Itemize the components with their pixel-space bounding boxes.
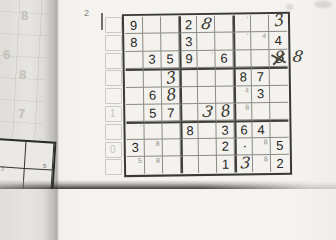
puzzle-number-label: 2 xyxy=(84,8,89,18)
cell-r5c1[interactable] xyxy=(126,88,144,105)
bleed-square xyxy=(105,159,122,175)
given-digit: 6 xyxy=(220,52,227,65)
paper-smudge xyxy=(286,4,293,10)
cell-r2c4[interactable]: 3 xyxy=(179,33,197,50)
cell-r3c8[interactable] xyxy=(251,50,269,67)
given-digit: 3 xyxy=(221,124,228,137)
cell-r6c5[interactable]: 3 xyxy=(198,104,216,121)
bleed-digit: 8 xyxy=(21,8,28,23)
cell-r9c6[interactable]: 1 xyxy=(217,155,235,172)
given-digit: 9 xyxy=(185,52,192,65)
cell-r7c9[interactable] xyxy=(270,120,288,137)
given-digit: 2 xyxy=(185,18,192,31)
cell-r9c9[interactable]: 2 xyxy=(271,155,289,172)
cell-r1c9[interactable]: 3 xyxy=(269,15,287,32)
cell-r3c3[interactable]: 5 xyxy=(161,51,179,68)
cell-r5c9[interactable] xyxy=(270,86,288,103)
cell-r7c8[interactable]: 4 xyxy=(252,120,270,137)
pencil-mark: ' xyxy=(140,124,141,132)
cell-r1c4[interactable]: 2 xyxy=(179,16,197,33)
cell-r5c2[interactable]: 6 xyxy=(144,87,162,104)
cell-r1c5[interactable]: 8 xyxy=(197,16,215,33)
cell-r9c4[interactable] xyxy=(181,156,199,173)
cell-r2c2[interactable] xyxy=(143,34,161,51)
bleed-digit: 8 xyxy=(19,67,26,82)
cell-r9c8[interactable]: 8 xyxy=(253,155,271,172)
cell-r9c1[interactable]: 5 xyxy=(127,157,145,174)
given-digit: 5 xyxy=(166,53,173,66)
handwritten-digit: 3 xyxy=(239,156,250,172)
pencil-mark: 4 xyxy=(245,86,249,94)
pencil-mark: 8 xyxy=(245,103,249,111)
photo-bottom-shadow xyxy=(0,180,336,189)
cell-r8c6[interactable]: 2 xyxy=(217,138,235,155)
given-digit: 5 xyxy=(276,139,283,152)
cell-r7c7[interactable]: 6 xyxy=(234,121,252,138)
given-digit: 9 xyxy=(130,19,137,32)
bleed-square-digit: 1 xyxy=(110,108,116,119)
pencil-mark: 8 xyxy=(156,156,160,164)
cell-r2c5[interactable] xyxy=(197,33,215,50)
given-digit: 8 xyxy=(240,71,247,84)
cell-r7c2[interactable] xyxy=(144,122,162,139)
cell-r2c8[interactable]: 4 xyxy=(251,32,269,49)
cell-r1c2[interactable] xyxy=(143,17,161,34)
sudoku-board: 928'383'44359'688387684357388'8364382▪85… xyxy=(123,13,287,172)
given-digit: 6 xyxy=(149,89,156,102)
pencil-mark: 8 xyxy=(264,138,268,146)
pencil-mark: ▪ xyxy=(244,143,246,150)
cell-r4c1[interactable] xyxy=(126,69,144,88)
paper-smudge xyxy=(314,1,332,8)
cell-r3c2[interactable]: 3 xyxy=(143,51,161,68)
sudoku-grid: 928'383'44359'688387684357388'8364382▪85… xyxy=(123,13,291,176)
cell-r4c9[interactable] xyxy=(270,67,288,86)
cell-r5c8[interactable]: 3 xyxy=(252,86,270,103)
given-digit: 7 xyxy=(257,70,264,83)
cell-r9c3[interactable] xyxy=(163,156,181,173)
cell-r5c7[interactable]: 4 xyxy=(234,86,252,103)
cell-r6c7[interactable]: 8 xyxy=(234,103,252,120)
bleed-square xyxy=(105,124,122,140)
cell-r2c1[interactable]: 8 xyxy=(125,34,143,51)
cell-r3c9[interactable]: 88 xyxy=(269,49,287,66)
given-digit: 8 xyxy=(130,36,137,49)
cell-r3c1[interactable] xyxy=(125,51,143,68)
cell-r7c3[interactable] xyxy=(162,122,180,139)
bleed-square xyxy=(105,70,122,86)
handwritten-digit: 3 xyxy=(201,104,213,121)
cell-r8c8[interactable]: 8 xyxy=(253,138,271,155)
cell-r6c6[interactable]: 8 xyxy=(216,104,234,121)
cell-r4c7[interactable]: 8 xyxy=(234,67,252,86)
cell-r6c1[interactable] xyxy=(126,105,144,122)
given-digit: 6 xyxy=(240,123,247,136)
cell-r4c4[interactable] xyxy=(180,68,198,87)
cell-r1c6[interactable] xyxy=(215,16,233,33)
cell-r4c6[interactable] xyxy=(216,67,234,86)
cell-r4c8[interactable]: 7 xyxy=(252,67,270,86)
cell-r6c2[interactable]: 5 xyxy=(144,105,162,122)
corner-grid-mark: 7 xyxy=(1,166,4,172)
given-digit: 2 xyxy=(222,140,229,153)
bleed-square: 0 xyxy=(105,142,122,158)
given-digit: 3 xyxy=(185,35,192,48)
cell-r8c1[interactable]: 3 xyxy=(127,139,145,156)
cell-r1c3[interactable] xyxy=(161,16,179,33)
cell-r7c4[interactable]: 8 xyxy=(180,121,198,138)
cell-r6c8[interactable] xyxy=(252,103,270,120)
cell-r1c7[interactable]: ' xyxy=(233,15,251,32)
cell-r5c4[interactable] xyxy=(180,87,198,104)
given-digit: 3 xyxy=(148,53,155,66)
pencil-mark: 4 xyxy=(262,32,266,40)
corner-grid-mark: 5 xyxy=(43,163,46,169)
cell-r6c3[interactable]: 7 xyxy=(162,104,180,121)
cell-r9c2[interactable]: 8 xyxy=(145,156,163,173)
cell-r3c5[interactable]: ' xyxy=(197,50,215,67)
cell-r1c8[interactable] xyxy=(251,15,269,32)
cell-r6c9[interactable] xyxy=(270,103,288,120)
bleed-square xyxy=(105,88,122,104)
page-edge-tick xyxy=(101,13,103,30)
handwritten-digit-outside: 8 xyxy=(291,48,303,65)
bleed-through-column: 10 xyxy=(105,17,122,179)
pencil-mark: ' xyxy=(247,15,248,23)
handwritten-digit: 8 xyxy=(218,103,231,121)
pencil-mark: ' xyxy=(247,33,248,41)
given-digit: 7 xyxy=(167,106,174,119)
given-digit: 3 xyxy=(132,141,139,154)
bleed-square xyxy=(105,53,122,69)
handwritten-digit: 8 xyxy=(164,87,177,105)
handwritten-digit: 8 xyxy=(199,16,211,33)
handwritten-digit: 8 xyxy=(272,49,285,67)
cell-r4c2[interactable] xyxy=(144,68,162,87)
pencil-mark: 8 xyxy=(264,155,268,163)
cell-r9c7[interactable]: 3 xyxy=(235,155,253,172)
given-digit: 4 xyxy=(275,34,282,47)
pencil-mark: 8 xyxy=(156,139,160,147)
given-digit: 4 xyxy=(257,123,264,136)
cell-r7c5[interactable] xyxy=(198,121,216,138)
cell-r2c3[interactable] xyxy=(161,34,179,51)
cell-r8c5[interactable] xyxy=(199,138,217,155)
cell-r7c6[interactable]: 3 xyxy=(216,121,234,138)
cell-r8c3[interactable] xyxy=(163,139,181,156)
bleed-square-digit: 0 xyxy=(110,144,116,155)
cell-r6c4[interactable] xyxy=(180,104,198,121)
cell-r8c4[interactable] xyxy=(181,139,199,156)
cell-r3c4[interactable]: 9 xyxy=(179,51,197,68)
cell-r3c6[interactable]: 6 xyxy=(215,50,233,67)
cell-r8c2[interactable]: 8 xyxy=(145,139,163,156)
pencil-mark: 5 xyxy=(138,157,142,165)
bleed-square: 1 xyxy=(105,106,122,122)
cell-r8c9[interactable]: 5 xyxy=(271,137,289,154)
pencil-mark: ' xyxy=(211,50,212,58)
cell-r4c5[interactable] xyxy=(198,68,216,87)
cell-r2c6[interactable] xyxy=(215,33,233,50)
cell-r5c3[interactable]: 8 xyxy=(162,87,180,104)
cell-r7c1[interactable]: ' xyxy=(126,122,144,139)
given-digit: 8 xyxy=(186,124,193,137)
given-digit: 1 xyxy=(222,158,229,171)
cell-r3c7[interactable] xyxy=(233,50,251,67)
cell-r9c5[interactable] xyxy=(199,156,217,173)
cell-r2c7[interactable]: ' xyxy=(233,33,251,50)
given-digit: 2 xyxy=(276,157,283,170)
given-digit: 3 xyxy=(257,88,264,101)
cell-r1c1[interactable]: 9 xyxy=(125,17,143,34)
given-digit: 5 xyxy=(149,106,156,119)
handwritten-digit: 3 xyxy=(271,12,284,30)
bleed-digit: 6 xyxy=(3,47,10,62)
bleed-square xyxy=(105,35,122,51)
bleed-digit: 7 xyxy=(18,106,25,121)
bleed-square xyxy=(105,17,122,33)
